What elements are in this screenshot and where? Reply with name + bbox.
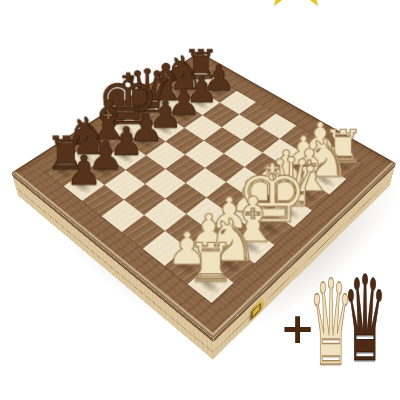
piece-dark-pawn-h7: ♟ [43, 150, 125, 191]
extra-queen-dark: ♛ [341, 260, 388, 378]
plus-symbol: + [280, 308, 310, 350]
piece-light-rook-h1: ♜ [164, 236, 257, 289]
brass-latch-icon [250, 297, 264, 321]
square-h1: ♜ [188, 265, 234, 303]
product-photo-canvas: ★ ♜♟♟♜♞♟♟♞♝♟♟♝♛♟♟♛♚♟♟♚♝♟♟♝♞♟♟♞♜♟♟♜ + ♛ ♛ [0, 0, 400, 400]
square-h7: ♟ [64, 171, 105, 201]
